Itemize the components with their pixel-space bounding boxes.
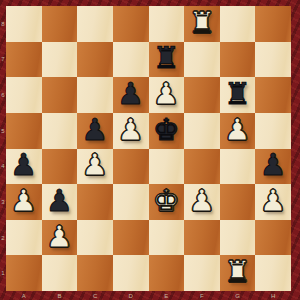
square-h1[interactable] — [255, 255, 291, 291]
square-d8[interactable] — [113, 6, 149, 42]
square-f5[interactable] — [184, 113, 220, 149]
square-c1[interactable] — [77, 255, 113, 291]
square-a7[interactable] — [6, 42, 42, 78]
square-h8[interactable] — [255, 6, 291, 42]
square-d6[interactable]: ♟ — [113, 77, 149, 113]
square-e3[interactable]: ♚ — [149, 184, 185, 220]
square-e4[interactable] — [149, 149, 185, 185]
square-d7[interactable] — [113, 42, 149, 78]
black-pawn[interactable]: ♟ — [82, 115, 109, 145]
file-label-d: D — [113, 291, 149, 300]
white-pawn[interactable]: ♟ — [153, 79, 180, 109]
file-labels: ABCDEFGH — [6, 291, 291, 300]
square-b5[interactable] — [42, 113, 78, 149]
square-a1[interactable] — [6, 255, 42, 291]
square-c6[interactable] — [77, 77, 113, 113]
square-e7[interactable]: ♜ — [149, 42, 185, 78]
square-g1[interactable]: ♜ — [220, 255, 256, 291]
square-f2[interactable] — [184, 220, 220, 256]
square-h4[interactable]: ♟ — [255, 149, 291, 185]
black-pawn[interactable]: ♟ — [10, 150, 37, 180]
square-e1[interactable] — [149, 255, 185, 291]
square-b7[interactable] — [42, 42, 78, 78]
square-h6[interactable] — [255, 77, 291, 113]
square-e8[interactable] — [149, 6, 185, 42]
square-a8[interactable] — [6, 6, 42, 42]
square-e6[interactable]: ♟ — [149, 77, 185, 113]
square-c7[interactable] — [77, 42, 113, 78]
square-g6[interactable]: ♜ — [220, 77, 256, 113]
square-a2[interactable] — [6, 220, 42, 256]
square-d1[interactable] — [113, 255, 149, 291]
white-rook[interactable]: ♜ — [188, 8, 215, 38]
square-h3[interactable]: ♟ — [255, 184, 291, 220]
square-b3[interactable]: ♟ — [42, 184, 78, 220]
square-a5[interactable] — [6, 113, 42, 149]
file-label-b: B — [42, 291, 78, 300]
square-b2[interactable]: ♟ — [42, 220, 78, 256]
square-b1[interactable] — [42, 255, 78, 291]
square-d5[interactable]: ♟ — [113, 113, 149, 149]
square-f4[interactable] — [184, 149, 220, 185]
chess-board-frame: 87654321 ABCDEFGH ♜♜♟♟♜♟♟♚♟♟♟♟♟♟♚♟♟♟♜ — [0, 0, 300, 300]
black-king[interactable]: ♚ — [153, 115, 180, 145]
square-c2[interactable] — [77, 220, 113, 256]
square-e2[interactable] — [149, 220, 185, 256]
file-label-c: C — [77, 291, 113, 300]
square-b8[interactable] — [42, 6, 78, 42]
black-pawn[interactable]: ♟ — [46, 186, 73, 216]
white-king[interactable]: ♚ — [153, 186, 180, 216]
square-h7[interactable] — [255, 42, 291, 78]
white-pawn[interactable]: ♟ — [260, 186, 287, 216]
black-rook[interactable]: ♜ — [224, 79, 251, 109]
square-f8[interactable]: ♜ — [184, 6, 220, 42]
square-c5[interactable]: ♟ — [77, 113, 113, 149]
white-pawn[interactable]: ♟ — [188, 186, 215, 216]
white-pawn[interactable]: ♟ — [46, 222, 73, 252]
white-pawn[interactable]: ♟ — [224, 115, 251, 145]
square-c8[interactable] — [77, 6, 113, 42]
square-a4[interactable]: ♟ — [6, 149, 42, 185]
square-f6[interactable] — [184, 77, 220, 113]
black-pawn[interactable]: ♟ — [117, 79, 144, 109]
square-g7[interactable] — [220, 42, 256, 78]
square-g3[interactable] — [220, 184, 256, 220]
square-c4[interactable]: ♟ — [77, 149, 113, 185]
white-rook[interactable]: ♜ — [224, 257, 251, 287]
square-b6[interactable] — [42, 77, 78, 113]
chess-board: ♜♜♟♟♜♟♟♚♟♟♟♟♟♟♚♟♟♟♜ — [6, 6, 291, 291]
square-g5[interactable]: ♟ — [220, 113, 256, 149]
file-label-e: E — [149, 291, 185, 300]
square-g2[interactable] — [220, 220, 256, 256]
square-f3[interactable]: ♟ — [184, 184, 220, 220]
square-h5[interactable] — [255, 113, 291, 149]
file-label-h: H — [255, 291, 291, 300]
black-rook[interactable]: ♜ — [153, 43, 180, 73]
file-label-a: A — [6, 291, 42, 300]
black-pawn[interactable]: ♟ — [260, 150, 287, 180]
square-d4[interactable] — [113, 149, 149, 185]
file-label-f: F — [184, 291, 220, 300]
square-g4[interactable] — [220, 149, 256, 185]
square-d3[interactable] — [113, 184, 149, 220]
square-f7[interactable] — [184, 42, 220, 78]
square-c3[interactable] — [77, 184, 113, 220]
square-h2[interactable] — [255, 220, 291, 256]
white-pawn[interactable]: ♟ — [82, 150, 109, 180]
square-b4[interactable] — [42, 149, 78, 185]
square-a6[interactable] — [6, 77, 42, 113]
white-pawn[interactable]: ♟ — [117, 115, 144, 145]
square-a3[interactable]: ♟ — [6, 184, 42, 220]
square-d2[interactable] — [113, 220, 149, 256]
square-g8[interactable] — [220, 6, 256, 42]
file-label-g: G — [220, 291, 256, 300]
square-e5[interactable]: ♚ — [149, 113, 185, 149]
square-f1[interactable] — [184, 255, 220, 291]
white-pawn[interactable]: ♟ — [10, 186, 37, 216]
